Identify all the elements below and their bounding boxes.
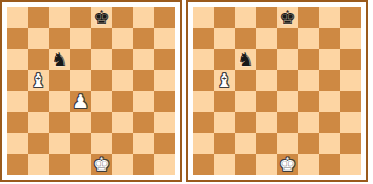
square-g8[interactable] [319,7,340,28]
square-a8[interactable] [7,7,28,28]
square-c4[interactable] [49,91,70,112]
square-c2[interactable] [49,133,70,154]
square-h2[interactable] [154,133,175,154]
square-b3[interactable] [214,112,235,133]
square-h7[interactable] [154,28,175,49]
square-b2[interactable] [28,133,49,154]
piece-black-king[interactable]: ♚ [91,7,112,28]
square-c6[interactable]: ♞ [235,49,256,70]
square-g1[interactable] [133,154,154,175]
square-h4[interactable] [340,91,361,112]
square-e7[interactable] [277,28,298,49]
square-a6[interactable] [193,49,214,70]
square-c3[interactable] [49,112,70,133]
square-h2[interactable] [340,133,361,154]
square-a4[interactable] [193,91,214,112]
square-g6[interactable] [319,49,340,70]
square-f3[interactable] [112,112,133,133]
square-c8[interactable] [49,7,70,28]
square-f4[interactable] [298,91,319,112]
square-e7[interactable] [91,28,112,49]
piece-white-bishop[interactable]: ♝ [214,70,235,91]
square-f2[interactable] [298,133,319,154]
square-d3[interactable] [256,112,277,133]
square-b7[interactable] [214,28,235,49]
square-c3[interactable] [235,112,256,133]
square-d5[interactable] [256,70,277,91]
square-g5[interactable] [319,70,340,91]
square-f1[interactable] [112,154,133,175]
square-b6[interactable] [28,49,49,70]
square-h1[interactable] [340,154,361,175]
piece-white-pawn[interactable]: ♟ [70,91,91,112]
square-b5[interactable]: ♝ [28,70,49,91]
square-b4[interactable] [214,91,235,112]
square-h3[interactable] [154,112,175,133]
square-f8[interactable] [298,7,319,28]
square-e3[interactable] [277,112,298,133]
square-a8[interactable] [193,7,214,28]
square-a3[interactable] [193,112,214,133]
square-b1[interactable] [214,154,235,175]
square-d5[interactable] [70,70,91,91]
square-a2[interactable] [193,133,214,154]
square-h6[interactable] [154,49,175,70]
square-f6[interactable] [298,49,319,70]
square-b5[interactable]: ♝ [214,70,235,91]
square-e1[interactable]: ♚ [277,154,298,175]
square-a1[interactable] [7,154,28,175]
square-d6[interactable] [70,49,91,70]
square-d6[interactable] [256,49,277,70]
square-c4[interactable] [235,91,256,112]
square-d1[interactable] [70,154,91,175]
piece-black-king[interactable]: ♚ [277,7,298,28]
chess-diagrams: ♚♞♝♟♚ ♚♞♝♚ [0,0,373,182]
right-chess-board: ♚♞♝♚ [193,7,361,175]
square-d4[interactable] [256,91,277,112]
square-g7[interactable] [133,28,154,49]
square-d3[interactable] [70,112,91,133]
piece-black-knight[interactable]: ♞ [49,49,70,70]
square-c8[interactable] [235,7,256,28]
square-b8[interactable] [214,7,235,28]
square-c5[interactable] [235,70,256,91]
square-d7[interactable] [70,28,91,49]
square-c6[interactable]: ♞ [49,49,70,70]
square-g8[interactable] [133,7,154,28]
square-c7[interactable] [49,28,70,49]
square-f1[interactable] [298,154,319,175]
square-b2[interactable] [214,133,235,154]
piece-black-knight[interactable]: ♞ [235,49,256,70]
left-board-frame: ♚♞♝♟♚ [0,0,182,182]
square-g3[interactable] [319,112,340,133]
square-e6[interactable] [277,49,298,70]
square-c5[interactable] [49,70,70,91]
square-a2[interactable] [7,133,28,154]
square-a1[interactable] [193,154,214,175]
square-f4[interactable] [112,91,133,112]
square-c1[interactable] [49,154,70,175]
square-a5[interactable] [193,70,214,91]
square-a7[interactable] [193,28,214,49]
square-e4[interactable] [277,91,298,112]
square-e3[interactable] [91,112,112,133]
square-f5[interactable] [112,70,133,91]
square-e2[interactable] [277,133,298,154]
square-f6[interactable] [112,49,133,70]
square-b8[interactable] [28,7,49,28]
square-f7[interactable] [112,28,133,49]
square-h3[interactable] [340,112,361,133]
square-d7[interactable] [256,28,277,49]
square-h7[interactable] [340,28,361,49]
square-g4[interactable] [133,91,154,112]
square-e8[interactable]: ♚ [91,7,112,28]
square-h1[interactable] [154,154,175,175]
square-h5[interactable] [154,70,175,91]
square-e2[interactable] [91,133,112,154]
square-g5[interactable] [133,70,154,91]
square-g3[interactable] [133,112,154,133]
left-chess-board: ♚♞♝♟♚ [7,7,175,175]
square-h6[interactable] [340,49,361,70]
square-d2[interactable] [256,133,277,154]
square-g4[interactable] [319,91,340,112]
square-f8[interactable] [112,7,133,28]
square-h5[interactable] [340,70,361,91]
piece-white-king[interactable]: ♚ [277,154,298,175]
square-c1[interactable] [235,154,256,175]
square-b1[interactable] [28,154,49,175]
square-h4[interactable] [154,91,175,112]
piece-white-king[interactable]: ♚ [91,154,112,175]
square-e1[interactable]: ♚ [91,154,112,175]
square-d8[interactable] [70,7,91,28]
square-a5[interactable] [7,70,28,91]
square-c2[interactable] [235,133,256,154]
square-e4[interactable] [91,91,112,112]
square-e5[interactable] [91,70,112,91]
square-d4[interactable]: ♟ [70,91,91,112]
square-e8[interactable]: ♚ [277,7,298,28]
square-f3[interactable] [298,112,319,133]
square-f5[interactable] [298,70,319,91]
square-d1[interactable] [256,154,277,175]
square-c7[interactable] [235,28,256,49]
square-g6[interactable] [133,49,154,70]
square-g7[interactable] [319,28,340,49]
square-b7[interactable] [28,28,49,49]
square-a3[interactable] [7,112,28,133]
square-a7[interactable] [7,28,28,49]
square-g2[interactable] [319,133,340,154]
square-h8[interactable] [154,7,175,28]
square-b3[interactable] [28,112,49,133]
square-d8[interactable] [256,7,277,28]
piece-white-bishop[interactable]: ♝ [28,70,49,91]
square-b4[interactable] [28,91,49,112]
square-g1[interactable] [319,154,340,175]
square-f2[interactable] [112,133,133,154]
square-b6[interactable] [214,49,235,70]
square-a6[interactable] [7,49,28,70]
square-h8[interactable] [340,7,361,28]
square-g2[interactable] [133,133,154,154]
square-a4[interactable] [7,91,28,112]
right-board-frame: ♚♞♝♚ [186,0,368,182]
square-f7[interactable] [298,28,319,49]
square-d2[interactable] [70,133,91,154]
square-e6[interactable] [91,49,112,70]
square-e5[interactable] [277,70,298,91]
